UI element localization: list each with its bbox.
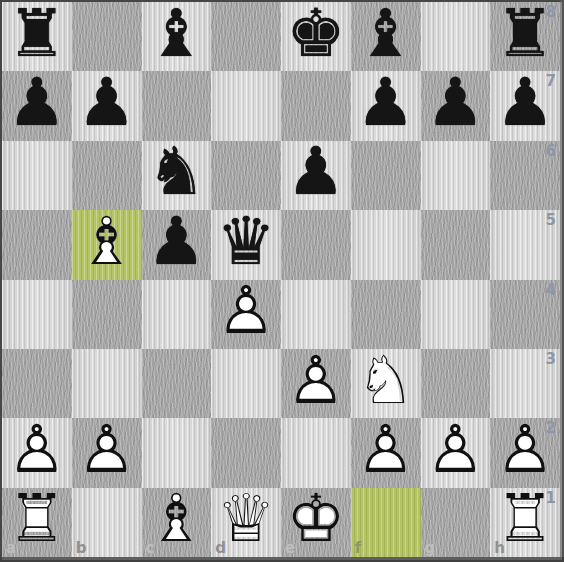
square-a3[interactable] [2, 349, 72, 418]
black-pawn-piece[interactable]: ♟ [281, 141, 351, 210]
square-h3[interactable]: 3 [490, 349, 560, 418]
square-c3[interactable] [142, 349, 212, 418]
square-d4[interactable]: ♟♙ [211, 280, 281, 349]
white-piece-outline: ♘ [351, 349, 421, 414]
white-pawn-piece[interactable]: ♟♙ [421, 418, 491, 487]
rank-label-6: 6 [546, 142, 556, 160]
square-f2[interactable]: ♟♙ [351, 418, 421, 487]
black-piece-glyph: ♟ [490, 71, 560, 136]
board-edge-bottom [0, 557, 564, 562]
white-pawn-piece[interactable]: ♟♙ [351, 418, 421, 487]
square-e8[interactable]: ♚ [281, 2, 351, 71]
black-piece-glyph: ♟ [421, 71, 491, 136]
white-bishop-piece[interactable]: ♝♗ [142, 488, 212, 557]
black-piece-glyph: ♜ [490, 2, 560, 67]
black-piece-glyph: ♟ [2, 71, 72, 136]
square-f5[interactable] [351, 210, 421, 279]
white-pawn-piece[interactable]: ♟♙ [72, 418, 142, 487]
white-piece-outline: ♖ [490, 488, 560, 553]
white-piece-outline: ♔ [281, 488, 351, 553]
square-c7[interactable] [142, 71, 212, 140]
black-piece-glyph: ♛ [211, 210, 281, 275]
square-c2[interactable] [142, 418, 212, 487]
black-queen-piece[interactable]: ♛ [211, 210, 281, 279]
square-b1[interactable]: b [72, 488, 142, 557]
rank-label-3: 3 [546, 350, 556, 368]
square-b6[interactable] [72, 141, 142, 210]
square-b7[interactable]: ♟ [72, 71, 142, 140]
black-pawn-piece[interactable]: ♟ [421, 71, 491, 140]
black-pawn-piece[interactable]: ♟ [72, 71, 142, 140]
black-piece-glyph: ♝ [351, 2, 421, 67]
white-piece-outline: ♙ [211, 280, 281, 345]
white-piece-outline: ♙ [351, 418, 421, 483]
square-g6[interactable] [421, 141, 491, 210]
square-b4[interactable] [72, 280, 142, 349]
square-h5[interactable]: 5 [490, 210, 560, 279]
square-d3[interactable] [211, 349, 281, 418]
white-pawn-piece[interactable]: ♟♙ [211, 280, 281, 349]
black-piece-glyph: ♟ [351, 71, 421, 136]
white-bishop-piece[interactable]: ♝♗ [72, 210, 142, 279]
white-piece-outline: ♗ [142, 488, 212, 553]
black-pawn-piece[interactable]: ♟ [142, 210, 212, 279]
square-h2[interactable]: ♟♙2 [490, 418, 560, 487]
white-pawn-piece[interactable]: ♟♙ [281, 349, 351, 418]
square-h8[interactable]: ♜8 [490, 2, 560, 71]
rank-label-4: 4 [546, 281, 556, 299]
square-d1[interactable]: ♛♕d [211, 488, 281, 557]
square-g2[interactable]: ♟♙ [421, 418, 491, 487]
white-rook-piece[interactable]: ♜♖ [2, 488, 72, 557]
white-pawn-piece[interactable]: ♟♙ [490, 418, 560, 487]
white-king-piece[interactable]: ♚♔ [281, 488, 351, 557]
square-h7[interactable]: ♟7 [490, 71, 560, 140]
white-piece-outline: ♙ [2, 418, 72, 483]
black-piece-glyph: ♟ [142, 210, 212, 275]
square-b2[interactable]: ♟♙ [72, 418, 142, 487]
black-bishop-piece[interactable]: ♝ [142, 2, 212, 71]
square-g5[interactable] [421, 210, 491, 279]
square-b5[interactable]: ♝♗ [72, 210, 142, 279]
square-c8[interactable]: ♝ [142, 2, 212, 71]
square-a1[interactable]: ♜♖a [2, 488, 72, 557]
square-g8[interactable] [421, 2, 491, 71]
board-edge-right [560, 0, 564, 562]
black-bishop-piece[interactable]: ♝ [351, 2, 421, 71]
square-g7[interactable]: ♟ [421, 71, 491, 140]
white-piece-outline: ♙ [72, 418, 142, 483]
black-piece-glyph: ♚ [281, 2, 351, 67]
white-piece-outline: ♙ [421, 418, 491, 483]
black-pawn-piece[interactable]: ♟ [490, 71, 560, 140]
square-h4[interactable]: 4 [490, 280, 560, 349]
chess-app-window: ♜♝♚♝♜8♟♟♟♟♟7♞♟6♝♗♟♛5♟♙4♟♙♞♘3♟♙♟♙♟♙♟♙♟♙2♜… [0, 0, 564, 562]
square-a5[interactable] [2, 210, 72, 279]
square-g3[interactable] [421, 349, 491, 418]
black-king-piece[interactable]: ♚ [281, 2, 351, 71]
square-a2[interactable]: ♟♙ [2, 418, 72, 487]
black-rook-piece[interactable]: ♜ [490, 2, 560, 71]
square-h6[interactable]: 6 [490, 141, 560, 210]
square-f7[interactable]: ♟ [351, 71, 421, 140]
square-h1[interactable]: ♜♖1h [490, 488, 560, 557]
square-e2[interactable] [281, 418, 351, 487]
black-piece-glyph: ♝ [142, 2, 212, 67]
white-piece-outline: ♕ [211, 488, 281, 553]
square-e1[interactable]: ♚♔e [281, 488, 351, 557]
square-c6[interactable]: ♞ [142, 141, 212, 210]
black-pawn-piece[interactable]: ♟ [2, 71, 72, 140]
rank-label-5: 5 [546, 211, 556, 229]
black-piece-glyph: ♟ [281, 141, 351, 206]
white-pawn-piece[interactable]: ♟♙ [2, 418, 72, 487]
white-knight-piece[interactable]: ♞♘ [351, 349, 421, 418]
square-d8[interactable] [211, 2, 281, 71]
square-a4[interactable] [2, 280, 72, 349]
white-piece-outline: ♙ [281, 349, 351, 414]
white-piece-outline: ♖ [2, 488, 72, 553]
black-piece-glyph: ♟ [72, 71, 142, 136]
white-rook-piece[interactable]: ♜♖ [490, 488, 560, 557]
black-pawn-piece[interactable]: ♟ [351, 71, 421, 140]
square-g1[interactable]: g [421, 488, 491, 557]
square-e7[interactable] [281, 71, 351, 140]
square-d7[interactable] [211, 71, 281, 140]
file-label-f: f [355, 539, 362, 557]
chess-board: ♜♝♚♝♜8♟♟♟♟♟7♞♟6♝♗♟♛5♟♙4♟♙♞♘3♟♙♟♙♟♙♟♙♟♙2♜… [2, 2, 560, 557]
black-piece-glyph: ♜ [2, 2, 72, 67]
square-e4[interactable] [281, 280, 351, 349]
black-piece-glyph: ♞ [142, 141, 212, 206]
square-c1[interactable]: ♝♗c [142, 488, 212, 557]
square-d2[interactable] [211, 418, 281, 487]
square-b8[interactable] [72, 2, 142, 71]
square-b3[interactable] [72, 349, 142, 418]
square-f1[interactable]: f [351, 488, 421, 557]
square-e3[interactable]: ♟♙ [281, 349, 351, 418]
white-piece-outline: ♙ [490, 418, 560, 483]
white-queen-piece[interactable]: ♛♕ [211, 488, 281, 557]
square-a7[interactable]: ♟ [2, 71, 72, 140]
square-c4[interactable] [142, 280, 212, 349]
square-d6[interactable] [211, 141, 281, 210]
square-a6[interactable] [2, 141, 72, 210]
square-f8[interactable]: ♝ [351, 2, 421, 71]
square-d5[interactable]: ♛ [211, 210, 281, 279]
square-a8[interactable]: ♜ [2, 2, 72, 71]
square-f6[interactable] [351, 141, 421, 210]
square-e5[interactable] [281, 210, 351, 279]
square-c5[interactable]: ♟ [142, 210, 212, 279]
black-rook-piece[interactable]: ♜ [2, 2, 72, 71]
square-f4[interactable] [351, 280, 421, 349]
square-f3[interactable]: ♞♘ [351, 349, 421, 418]
white-piece-outline: ♗ [72, 210, 142, 275]
square-e6[interactable]: ♟ [281, 141, 351, 210]
black-knight-piece[interactable]: ♞ [142, 141, 212, 210]
file-label-g: g [425, 539, 436, 557]
file-label-b: b [76, 539, 87, 557]
square-g4[interactable] [421, 280, 491, 349]
